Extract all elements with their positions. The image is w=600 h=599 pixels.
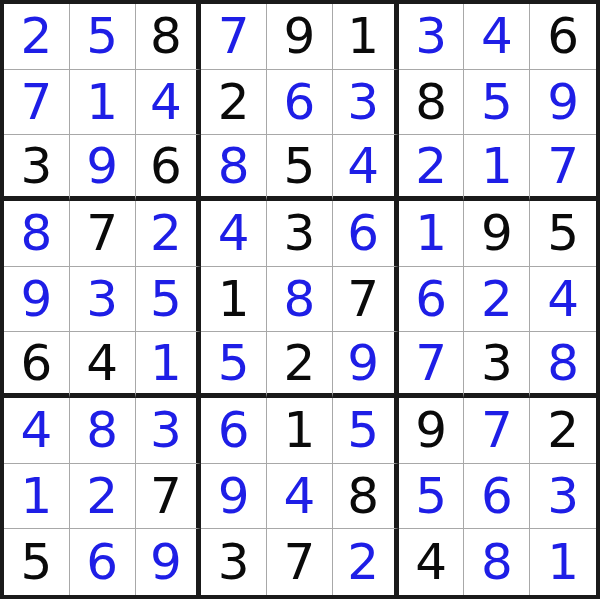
cell-digit: 8: [150, 11, 182, 61]
cell-digit: 5: [150, 274, 182, 324]
cell-digit: 7: [20, 77, 52, 127]
cell-digit: 2: [547, 405, 579, 455]
cell-r9c9[interactable]: 1: [530, 529, 596, 595]
cell-digit: 8: [218, 141, 250, 191]
cell-digit: 8: [20, 208, 52, 258]
cell-digit: 5: [284, 141, 316, 191]
cell-r8c1[interactable]: 1: [4, 464, 70, 530]
cell-digit: 1: [547, 537, 579, 587]
cell-r5c8[interactable]: 2: [464, 267, 530, 333]
cell-r2c9[interactable]: 9: [530, 70, 596, 136]
cell-r8c9[interactable]: 3: [530, 464, 596, 530]
cell-digit: 9: [150, 537, 182, 587]
cell-r6c9[interactable]: 8: [530, 332, 596, 398]
cell-digit: 9: [415, 405, 447, 455]
cell-r9c8[interactable]: 8: [464, 529, 530, 595]
cell-r3c8[interactable]: 1: [464, 135, 530, 201]
cell-digit: 1: [218, 274, 250, 324]
cell-digit: 6: [150, 141, 182, 191]
cell-r8c3[interactable]: 7: [136, 464, 202, 530]
cell-digit: 2: [347, 537, 379, 587]
cell-digit: 9: [218, 471, 250, 521]
cell-r6c2[interactable]: 4: [70, 332, 136, 398]
cell-digit: 8: [86, 405, 118, 455]
cell-digit: 1: [415, 208, 447, 258]
cell-r2c7[interactable]: 8: [399, 70, 465, 136]
cell-r4c2[interactable]: 7: [70, 201, 136, 267]
cell-r4c9[interactable]: 5: [530, 201, 596, 267]
cell-digit: 2: [481, 274, 513, 324]
cell-r7c9[interactable]: 2: [530, 398, 596, 464]
cell-r9c4[interactable]: 3: [201, 529, 267, 595]
cell-r1c8[interactable]: 4: [464, 4, 530, 70]
cell-digit: 9: [86, 141, 118, 191]
cell-r6c5[interactable]: 2: [267, 332, 333, 398]
cell-r9c1[interactable]: 5: [4, 529, 70, 595]
cell-digit: 3: [218, 537, 250, 587]
sudoku-board: 2587913467142638593968542178724361959351…: [0, 0, 600, 599]
cell-digit: 4: [547, 274, 579, 324]
cell-r3c7[interactable]: 2: [399, 135, 465, 201]
cell-r5c6[interactable]: 7: [333, 267, 399, 333]
cell-digit: 3: [415, 11, 447, 61]
cell-digit: 8: [547, 338, 579, 388]
cell-r5c1[interactable]: 9: [4, 267, 70, 333]
cell-r4c7[interactable]: 1: [399, 201, 465, 267]
cell-r8c4[interactable]: 9: [201, 464, 267, 530]
cell-r4c3[interactable]: 2: [136, 201, 202, 267]
cell-digit: 7: [481, 405, 513, 455]
cell-digit: 2: [218, 77, 250, 127]
cell-digit: 7: [86, 208, 118, 258]
cell-digit: 6: [547, 11, 579, 61]
cell-r5c7[interactable]: 6: [399, 267, 465, 333]
cell-r3c6[interactable]: 4: [333, 135, 399, 201]
cell-digit: 9: [20, 274, 52, 324]
cell-digit: 2: [20, 11, 52, 61]
cell-r3c4[interactable]: 8: [201, 135, 267, 201]
cell-r5c3[interactable]: 5: [136, 267, 202, 333]
cell-r2c8[interactable]: 5: [464, 70, 530, 136]
cell-digit: 4: [150, 77, 182, 127]
cell-r2c6[interactable]: 3: [333, 70, 399, 136]
cell-digit: 7: [415, 338, 447, 388]
cell-r2c5[interactable]: 6: [267, 70, 333, 136]
cell-r2c2[interactable]: 1: [70, 70, 136, 136]
cell-r6c1[interactable]: 6: [4, 332, 70, 398]
cell-r9c3[interactable]: 9: [136, 529, 202, 595]
cell-digit: 7: [284, 537, 316, 587]
cell-digit: 6: [481, 471, 513, 521]
cell-r7c7[interactable]: 9: [399, 398, 465, 464]
cell-digit: 3: [284, 208, 316, 258]
cell-r8c2[interactable]: 2: [70, 464, 136, 530]
cell-digit: 7: [347, 274, 379, 324]
cell-r5c4[interactable]: 1: [201, 267, 267, 333]
cell-digit: 5: [86, 11, 118, 61]
cell-digit: 9: [347, 338, 379, 388]
cell-digit: 1: [20, 471, 52, 521]
cell-r4c5[interactable]: 3: [267, 201, 333, 267]
cell-r7c4[interactable]: 6: [201, 398, 267, 464]
cell-digit: 4: [86, 338, 118, 388]
cell-digit: 1: [150, 338, 182, 388]
cell-digit: 3: [481, 338, 513, 388]
cell-r6c4[interactable]: 5: [201, 332, 267, 398]
cell-digit: 3: [150, 405, 182, 455]
cell-r1c4[interactable]: 7: [201, 4, 267, 70]
cell-digit: 1: [284, 405, 316, 455]
cell-digit: 8: [481, 537, 513, 587]
cell-r9c6[interactable]: 2: [333, 529, 399, 595]
cell-digit: 5: [218, 338, 250, 388]
cell-r3c5[interactable]: 5: [267, 135, 333, 201]
cell-r8c5[interactable]: 4: [267, 464, 333, 530]
cell-digit: 6: [284, 77, 316, 127]
cell-digit: 4: [481, 11, 513, 61]
cell-digit: 4: [20, 405, 52, 455]
cell-digit: 7: [218, 11, 250, 61]
cell-r8c6[interactable]: 8: [333, 464, 399, 530]
cell-digit: 2: [415, 141, 447, 191]
cell-r7c5[interactable]: 1: [267, 398, 333, 464]
cell-r3c9[interactable]: 7: [530, 135, 596, 201]
cell-r5c5[interactable]: 8: [267, 267, 333, 333]
cell-r8c8[interactable]: 6: [464, 464, 530, 530]
cell-r9c2[interactable]: 6: [70, 529, 136, 595]
cell-digit: 5: [347, 405, 379, 455]
cell-r1c9[interactable]: 6: [530, 4, 596, 70]
cell-r1c7[interactable]: 3: [399, 4, 465, 70]
cell-r4c1[interactable]: 8: [4, 201, 70, 267]
cell-digit: 4: [284, 471, 316, 521]
cell-r7c1[interactable]: 4: [4, 398, 70, 464]
cell-digit: 5: [481, 77, 513, 127]
cell-digit: 6: [20, 338, 52, 388]
cell-digit: 8: [415, 77, 447, 127]
cell-r1c5[interactable]: 9: [267, 4, 333, 70]
cell-r4c4[interactable]: 4: [201, 201, 267, 267]
cell-digit: 2: [86, 471, 118, 521]
cell-digit: 4: [347, 141, 379, 191]
cell-r5c2[interactable]: 3: [70, 267, 136, 333]
cell-r2c4[interactable]: 2: [201, 70, 267, 136]
cell-digit: 8: [347, 471, 379, 521]
cell-digit: 3: [20, 141, 52, 191]
cell-digit: 5: [547, 208, 579, 258]
cell-digit: 4: [415, 537, 447, 587]
cell-r3c1[interactable]: 3: [4, 135, 70, 201]
cell-digit: 2: [284, 338, 316, 388]
cell-r8c7[interactable]: 5: [399, 464, 465, 530]
cell-r1c3[interactable]: 8: [136, 4, 202, 70]
cell-r7c8[interactable]: 7: [464, 398, 530, 464]
cell-r1c6[interactable]: 1: [333, 4, 399, 70]
cell-digit: 6: [218, 405, 250, 455]
cell-digit: 1: [86, 77, 118, 127]
cell-r4c6[interactable]: 6: [333, 201, 399, 267]
cell-digit: 1: [347, 11, 379, 61]
cell-digit: 5: [20, 537, 52, 587]
cell-r9c7[interactable]: 4: [399, 529, 465, 595]
cell-r2c1[interactable]: 7: [4, 70, 70, 136]
cell-r7c6[interactable]: 5: [333, 398, 399, 464]
cell-r7c2[interactable]: 8: [70, 398, 136, 464]
cell-digit: 6: [347, 208, 379, 258]
cell-digit: 6: [415, 274, 447, 324]
cell-digit: 9: [481, 208, 513, 258]
cell-r6c6[interactable]: 9: [333, 332, 399, 398]
cell-r6c3[interactable]: 1: [136, 332, 202, 398]
cell-digit: 3: [347, 77, 379, 127]
cell-digit: 8: [284, 274, 316, 324]
cell-digit: 3: [547, 471, 579, 521]
cell-digit: 9: [547, 77, 579, 127]
cell-r4c8[interactable]: 9: [464, 201, 530, 267]
cell-r2c3[interactable]: 4: [136, 70, 202, 136]
cell-digit: 3: [86, 274, 118, 324]
cell-digit: 7: [547, 141, 579, 191]
cell-digit: 7: [150, 471, 182, 521]
cell-r5c9[interactable]: 4: [530, 267, 596, 333]
cell-r3c2[interactable]: 9: [70, 135, 136, 201]
cell-digit: 5: [415, 471, 447, 521]
cell-r9c5[interactable]: 7: [267, 529, 333, 595]
cell-digit: 4: [218, 208, 250, 258]
cell-digit: 1: [481, 141, 513, 191]
cell-r3c3[interactable]: 6: [136, 135, 202, 201]
cell-digit: 2: [150, 208, 182, 258]
cell-r6c8[interactable]: 3: [464, 332, 530, 398]
cell-r7c3[interactable]: 3: [136, 398, 202, 464]
cell-r1c2[interactable]: 5: [70, 4, 136, 70]
cell-r1c1[interactable]: 2: [4, 4, 70, 70]
cell-digit: 9: [284, 11, 316, 61]
cell-r6c7[interactable]: 7: [399, 332, 465, 398]
cell-digit: 6: [86, 537, 118, 587]
